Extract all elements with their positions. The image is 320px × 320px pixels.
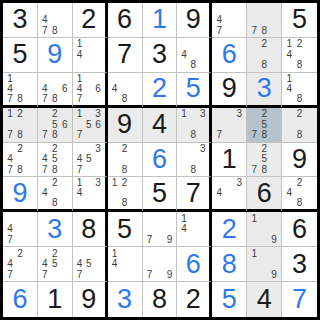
candidate-4: 4 (214, 188, 224, 198)
candidate-4: 4 (284, 50, 294, 61)
given-digit: 9 (292, 146, 307, 173)
cell-r4c7[interactable]: 37 (212, 108, 247, 143)
candidate-marks: 247 (3, 247, 37, 281)
solved-digit: 6 (222, 41, 237, 68)
cell-r7c9[interactable]: 6 (282, 212, 317, 247)
candidate-5: 5 (84, 119, 93, 130)
candidate-3: 3 (93, 178, 102, 188)
cell-r1c4[interactable]: 6 (108, 3, 143, 38)
cell-r4c9[interactable]: 28 (282, 108, 317, 143)
given-digit: 5 (152, 180, 167, 207)
candidate-4: 4 (179, 50, 188, 61)
candidate-8: 8 (189, 60, 198, 71)
cell-r8c9[interactable]: 3 (282, 247, 317, 282)
candidate-7: 7 (75, 165, 84, 176)
cell-r4c2[interactable]: 25678 (38, 108, 73, 143)
candidate-1: 1 (284, 39, 294, 50)
candidate-marks: 2478 (3, 143, 37, 177)
cell-r1c1[interactable]: 3 (3, 3, 38, 38)
cell-r4c3[interactable]: 13567 (73, 108, 108, 143)
candidate-7: 7 (214, 130, 224, 141)
cell-r8c8[interactable]: 19 (247, 247, 282, 282)
candidate-marks: 128 (108, 177, 142, 209)
given-digit: 2 (186, 286, 201, 313)
cell-r3c4[interactable]: 48 (108, 73, 143, 108)
candidate-7: 7 (5, 165, 15, 176)
candidate-1: 1 (249, 213, 259, 224)
cell-r5c1[interactable]: 2478 (3, 143, 38, 178)
cell-r3c9[interactable]: 148 (282, 73, 317, 108)
solved-digit: 3 (47, 216, 62, 243)
solved-digit: 5 (186, 75, 201, 102)
candidate-8: 8 (120, 94, 130, 104)
candidate-8: 8 (294, 130, 304, 141)
candidate-4: 4 (5, 259, 15, 270)
cell-r4c1[interactable]: 1278 (3, 108, 38, 143)
given-digit: 7 (117, 41, 132, 68)
cell-r9c4[interactable]: 3 (108, 282, 143, 317)
candidate-8: 8 (50, 94, 60, 104)
candidate-9: 9 (269, 269, 279, 280)
cell-r6c6[interactable]: 7 (177, 177, 212, 212)
given-digit: 2 (81, 6, 96, 33)
candidate-6: 6 (60, 119, 70, 130)
candidate-3: 3 (198, 144, 207, 155)
cell-r5c2[interactable]: 24578 (38, 143, 73, 178)
candidate-1: 1 (110, 178, 120, 188)
given-digit: 9 (117, 111, 132, 138)
cell-r3c8[interactable]: 3 (247, 73, 282, 108)
solved-digit: 6 (186, 251, 201, 278)
candidate-6: 6 (93, 119, 102, 130)
candidate-marks: 37 (212, 108, 246, 142)
given-digit: 3 (152, 41, 167, 68)
candidate-8: 8 (120, 198, 130, 208)
candidate-2: 2 (120, 144, 130, 155)
cell-r9c9[interactable]: 7 (282, 282, 317, 317)
candidate-4: 4 (40, 259, 50, 270)
cell-r5c4[interactable]: 28 (108, 143, 143, 178)
candidate-1: 1 (249, 248, 259, 259)
solved-digit: 3 (257, 75, 272, 102)
candidate-8: 8 (50, 25, 60, 36)
candidate-4: 4 (75, 188, 84, 198)
cell-r8c6[interactable]: 6 (177, 247, 212, 282)
cell-r1c2[interactable]: 478 (38, 3, 73, 38)
cell-r5c3[interactable]: 3457 (73, 143, 108, 178)
given-digit: 6 (292, 216, 307, 243)
candidate-7: 7 (249, 25, 259, 36)
candidate-8: 8 (120, 165, 130, 176)
cell-r2c6[interactable]: 48 (177, 38, 212, 73)
cell-r7c4[interactable]: 5 (108, 212, 143, 247)
solved-digit: 6 (12, 286, 27, 313)
cell-r2c3[interactable]: 14 (73, 38, 108, 73)
cell-r9c8[interactable]: 4 (247, 282, 282, 317)
candidate-marks: 25678 (38, 108, 72, 142)
cell-r7c6[interactable]: 14 (177, 212, 212, 247)
candidate-8: 8 (294, 60, 304, 71)
candidate-7: 7 (5, 94, 15, 104)
cell-r3c5[interactable]: 2 (143, 73, 178, 108)
candidate-marks: 19 (247, 212, 281, 246)
candidate-8: 8 (189, 130, 198, 141)
candidate-4: 4 (40, 188, 50, 198)
cell-r4c4[interactable]: 9 (108, 108, 143, 143)
given-digit: 9 (186, 6, 201, 33)
cell-r7c3[interactable]: 8 (73, 212, 108, 247)
cell-r6c7[interactable]: 34 (212, 177, 247, 212)
given-digit: 1 (47, 286, 62, 313)
solved-digit: 2 (152, 75, 167, 102)
given-digit: 8 (81, 216, 96, 243)
cell-r1c7[interactable]: 47 (212, 3, 247, 38)
candidate-7: 7 (214, 25, 224, 36)
cell-r9c1[interactable]: 6 (3, 282, 38, 317)
cell-r7c8[interactable]: 19 (247, 212, 282, 247)
candidate-marks: 34 (212, 177, 246, 209)
cell-r5c6[interactable]: 38 (177, 143, 212, 178)
candidate-marks: 47 (3, 212, 37, 246)
cell-r5c9[interactable]: 9 (282, 143, 317, 178)
candidate-8: 8 (259, 130, 269, 141)
candidate-marks: 248 (38, 177, 72, 209)
cell-r7c5[interactable]: 79 (143, 212, 178, 247)
cell-r8c7[interactable]: 8 (212, 247, 247, 282)
candidate-marks: 14 (73, 38, 105, 72)
cell-r6c4[interactable]: 128 (108, 177, 143, 212)
given-digit: 6 (257, 180, 272, 207)
cell-r8c1[interactable]: 247 (3, 247, 38, 282)
candidate-marks: 38 (177, 143, 209, 177)
cell-r5c7[interactable]: 1 (212, 143, 247, 178)
candidate-2: 2 (15, 144, 25, 155)
candidate-7: 7 (145, 235, 155, 246)
cell-r8c3[interactable]: 457 (73, 247, 108, 282)
candidate-marks: 457 (73, 247, 105, 281)
candidate-marks: 1467 (73, 73, 105, 105)
candidate-8: 8 (50, 130, 60, 141)
candidate-marks: 47 (212, 3, 246, 37)
given-digit: 6 (117, 6, 132, 33)
candidate-marks: 2457 (38, 247, 72, 281)
candidate-marks: 13567 (73, 108, 105, 142)
cell-r1c5[interactable]: 1 (143, 3, 178, 38)
cell-r1c6[interactable]: 9 (177, 3, 212, 38)
cell-r7c2[interactable]: 3 (38, 212, 73, 247)
candidate-6: 6 (93, 84, 102, 94)
candidate-marks: 28 (282, 108, 317, 142)
candidate-marks: 48 (108, 73, 142, 105)
candidate-9: 9 (269, 235, 279, 246)
solved-digit: 2 (222, 216, 237, 243)
candidate-7: 7 (5, 235, 15, 246)
cell-r9c7[interactable]: 5 (212, 282, 247, 317)
candidate-3: 3 (234, 109, 244, 120)
candidate-7: 7 (249, 130, 259, 141)
candidate-2: 2 (259, 39, 269, 50)
candidate-4: 4 (179, 224, 188, 235)
candidate-3: 3 (93, 109, 102, 120)
candidate-1: 1 (179, 109, 188, 120)
candidate-marks: 1248 (282, 38, 317, 72)
given-digit: 4 (152, 111, 167, 138)
candidate-2: 2 (15, 109, 25, 120)
candidate-7: 7 (75, 269, 84, 280)
cell-r2c2[interactable]: 9 (38, 38, 73, 73)
cell-r2c5[interactable]: 3 (143, 38, 178, 73)
candidate-8: 8 (259, 165, 269, 176)
given-digit: 7 (186, 180, 201, 207)
candidate-marks: 24578 (38, 143, 72, 177)
cell-r2c1[interactable]: 5 (3, 38, 38, 73)
cell-r7c7[interactable]: 2 (212, 212, 247, 247)
cell-r9c3[interactable]: 9 (73, 282, 108, 317)
candidate-7: 7 (5, 269, 15, 280)
cell-r1c9[interactable]: 5 (282, 3, 317, 38)
candidate-8: 8 (50, 165, 60, 176)
cell-r9c6[interactable]: 2 (177, 282, 212, 317)
candidate-5: 5 (84, 154, 93, 165)
cell-r6c3[interactable]: 134 (73, 177, 108, 212)
candidate-8: 8 (15, 130, 25, 141)
given-digit: 3 (12, 6, 27, 33)
solved-digit: 7 (292, 286, 307, 313)
candidate-marks: 14 (108, 247, 142, 281)
candidate-8: 8 (189, 165, 198, 176)
cell-r2c9[interactable]: 1248 (282, 38, 317, 73)
solved-digit: 5 (222, 286, 237, 313)
candidate-marks: 248 (282, 177, 317, 209)
candidate-1: 1 (5, 109, 15, 120)
candidate-marks: 2578 (247, 108, 281, 142)
solved-digit: 9 (12, 180, 27, 207)
candidate-marks: 3457 (73, 143, 105, 177)
cell-r6c8[interactable]: 6 (247, 177, 282, 212)
candidate-8: 8 (15, 165, 25, 176)
candidate-7: 7 (75, 130, 84, 141)
candidate-8: 8 (50, 198, 60, 208)
cell-r6c1[interactable]: 9 (3, 177, 38, 212)
cell-r1c8[interactable]: 78 (247, 3, 282, 38)
cell-r4c5[interactable]: 4 (143, 108, 178, 143)
cell-r2c4[interactable]: 7 (108, 38, 143, 73)
candidate-7: 7 (75, 94, 84, 104)
given-digit: 5 (117, 216, 132, 243)
cell-r8c4[interactable]: 14 (108, 247, 143, 282)
candidate-marks: 478 (38, 3, 72, 37)
solved-digit: 9 (47, 41, 62, 68)
cell-r5c5[interactable]: 6 (143, 143, 178, 178)
candidate-7: 7 (40, 130, 50, 141)
candidate-2: 2 (15, 248, 25, 259)
candidate-marks: 1278 (3, 108, 37, 142)
candidate-9: 9 (164, 235, 174, 246)
given-digit: 3 (292, 251, 307, 278)
candidate-marks: 1478 (3, 73, 37, 105)
candidate-2: 2 (294, 178, 304, 188)
cell-r8c5[interactable]: 79 (143, 247, 178, 282)
candidate-4: 4 (110, 259, 120, 270)
given-digit: 9 (81, 286, 96, 313)
candidate-4: 4 (214, 15, 224, 26)
candidate-2: 2 (294, 39, 304, 50)
candidate-4: 4 (284, 84, 294, 94)
candidate-8: 8 (259, 60, 269, 71)
candidate-2: 2 (259, 109, 269, 120)
candidate-7: 7 (40, 25, 50, 36)
candidate-8: 8 (259, 25, 269, 36)
cell-r3c3[interactable]: 1467 (73, 73, 108, 108)
candidate-2: 2 (50, 109, 60, 120)
candidate-marks: 78 (247, 3, 281, 37)
candidate-marks: 19 (247, 247, 281, 281)
candidate-4: 4 (5, 224, 15, 235)
cell-r2c7[interactable]: 6 (212, 38, 247, 73)
candidate-marks: 4678 (38, 73, 72, 105)
candidate-7: 7 (249, 165, 259, 176)
cell-r4c8[interactable]: 2578 (247, 108, 282, 143)
candidate-4: 4 (75, 259, 84, 270)
candidate-marks: 48 (177, 38, 209, 72)
candidate-3: 3 (198, 109, 207, 120)
candidate-6: 6 (60, 84, 70, 94)
cell-r4c6[interactable]: 138 (177, 108, 212, 143)
candidate-8: 8 (15, 94, 25, 104)
cell-r6c5[interactable]: 5 (143, 177, 178, 212)
candidate-5: 5 (50, 259, 60, 270)
candidate-marks: 148 (282, 73, 317, 105)
candidate-3: 3 (93, 144, 102, 155)
cell-r3c1[interactable]: 1478 (3, 73, 38, 108)
candidate-7: 7 (145, 269, 155, 280)
solved-digit: 1 (152, 6, 167, 33)
solved-digit: 8 (222, 251, 237, 278)
candidate-5: 5 (84, 259, 93, 270)
cell-r2c8[interactable]: 28 (247, 38, 282, 73)
candidate-marks: 138 (177, 108, 209, 142)
solved-digit: 3 (117, 286, 132, 313)
candidate-7: 7 (5, 130, 15, 141)
cell-r7c1[interactable]: 47 (3, 212, 38, 247)
cell-r9c5[interactable]: 8 (143, 282, 178, 317)
candidate-3: 3 (234, 178, 244, 188)
cell-r5c8[interactable]: 2578 (247, 143, 282, 178)
candidate-marks: 79 (143, 212, 177, 246)
candidate-1: 1 (75, 109, 84, 120)
candidate-marks: 2578 (247, 143, 281, 177)
candidate-marks: 28 (247, 38, 281, 72)
candidate-marks: 134 (73, 177, 105, 209)
given-digit: 5 (292, 6, 307, 33)
candidate-4: 4 (75, 50, 84, 61)
given-digit: 1 (222, 146, 237, 173)
cell-r3c2[interactable]: 4678 (38, 73, 73, 108)
cell-r9c2[interactable]: 1 (38, 282, 73, 317)
candidate-4: 4 (110, 84, 120, 94)
candidate-4: 4 (40, 15, 50, 26)
candidate-8: 8 (294, 94, 304, 104)
cell-r3c7[interactable]: 9 (212, 73, 247, 108)
cell-r8c2[interactable]: 2457 (38, 247, 73, 282)
candidate-2: 2 (294, 109, 304, 120)
candidate-marks: 28 (108, 143, 142, 177)
candidate-8: 8 (294, 198, 304, 208)
candidate-2: 2 (50, 178, 60, 188)
candidate-9: 9 (164, 269, 174, 280)
given-digit: 4 (257, 286, 272, 313)
solved-digit: 6 (152, 146, 167, 173)
given-digit: 9 (222, 75, 237, 102)
candidate-7: 7 (40, 165, 50, 176)
candidate-2: 2 (120, 178, 130, 188)
candidate-7: 7 (40, 269, 50, 280)
given-digit: 8 (152, 286, 167, 313)
cell-r6c2[interactable]: 248 (38, 177, 73, 212)
given-digit: 5 (12, 41, 27, 68)
cell-r3c6[interactable]: 5 (177, 73, 212, 108)
candidate-1: 1 (75, 39, 84, 50)
candidate-4: 4 (284, 188, 294, 198)
cell-r1c3[interactable]: 2 (73, 3, 108, 38)
cell-r6c9[interactable]: 248 (282, 177, 317, 212)
candidate-7: 7 (40, 94, 50, 104)
sudoku-board: 3478261947785591473486281248147846781467… (0, 0, 320, 320)
candidate-marks: 79 (143, 247, 177, 281)
candidate-marks: 14 (177, 212, 209, 246)
